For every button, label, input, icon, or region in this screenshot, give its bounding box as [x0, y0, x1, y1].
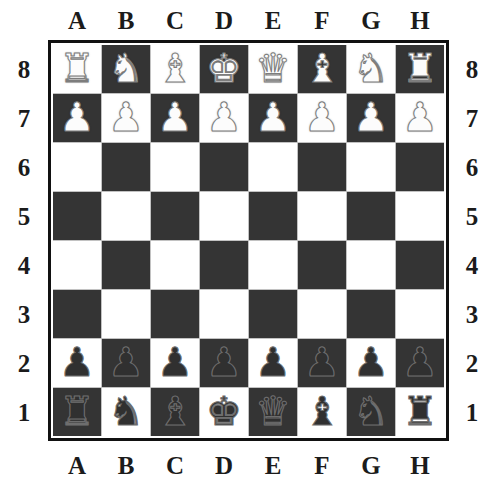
file-label-f-top: F: [298, 8, 346, 33]
piece-black-pawn: ♟: [402, 342, 438, 382]
rank-label-7-left: 7: [18, 94, 31, 142]
square-d7[interactable]: ♟: [200, 94, 248, 142]
square-h2[interactable]: ♟: [396, 339, 444, 387]
square-g2[interactable]: ♟: [347, 339, 395, 387]
rank-labels-right: 87654321: [449, 40, 495, 441]
rank-label-2-right: 2: [466, 339, 479, 387]
piece-black-king: ♚: [206, 391, 242, 431]
square-a6[interactable]: [53, 143, 101, 191]
piece-white-rook: ♜: [59, 48, 95, 88]
file-label-g-top: G: [347, 8, 395, 33]
square-g7[interactable]: ♟: [347, 94, 395, 142]
file-label-c-top: C: [151, 8, 199, 33]
piece-white-bishop: ♝: [157, 48, 193, 88]
file-label-b-top: B: [102, 8, 150, 33]
chess-diagram: ABCDEFGH 87654321 ♜♞♝♚♛♝♞♜♟♟♟♟♟♟♟♟♟♟♟♟♟♟…: [0, 0, 495, 489]
piece-black-rook: ♜: [402, 391, 438, 431]
piece-white-pawn: ♟: [402, 97, 438, 137]
file-labels-top: ABCDEFGH: [48, 0, 449, 40]
square-g3[interactable]: [347, 290, 395, 338]
square-d3[interactable]: [200, 290, 248, 338]
corner-top-right: [449, 0, 495, 40]
square-e1[interactable]: ♛: [249, 388, 297, 436]
square-g4[interactable]: [347, 241, 395, 289]
rank-label-3-right: 3: [466, 290, 479, 338]
square-b3[interactable]: [102, 290, 150, 338]
square-h3[interactable]: [396, 290, 444, 338]
square-h5[interactable]: [396, 192, 444, 240]
square-d5[interactable]: [200, 192, 248, 240]
square-f8[interactable]: ♝: [298, 45, 346, 93]
rank-label-5-left: 5: [18, 192, 31, 240]
square-c3[interactable]: [151, 290, 199, 338]
file-label-e-top: E: [249, 8, 297, 33]
piece-white-pawn: ♟: [304, 97, 340, 137]
square-a7[interactable]: ♟: [53, 94, 101, 142]
corner-bottom-right: [449, 441, 495, 489]
file-labels-bottom: ABCDEFGH: [48, 441, 449, 489]
piece-white-pawn: ♟: [255, 97, 291, 137]
square-b4[interactable]: [102, 241, 150, 289]
file-label-d-top: D: [200, 8, 248, 33]
file-label-g-bottom: G: [347, 453, 395, 478]
square-c2[interactable]: ♟: [151, 339, 199, 387]
piece-black-bishop: ♝: [157, 391, 193, 431]
rank-label-1-right: 1: [466, 388, 479, 436]
square-b2[interactable]: ♟: [102, 339, 150, 387]
piece-white-bishop: ♝: [304, 48, 340, 88]
square-a1[interactable]: ♜: [53, 388, 101, 436]
square-b1[interactable]: ♞: [102, 388, 150, 436]
piece-white-knight: ♞: [108, 48, 144, 88]
square-b5[interactable]: [102, 192, 150, 240]
square-g6[interactable]: [347, 143, 395, 191]
piece-black-pawn: ♟: [206, 342, 242, 382]
square-g5[interactable]: [347, 192, 395, 240]
file-label-f-bottom: F: [298, 453, 346, 478]
piece-white-pawn: ♟: [353, 97, 389, 137]
piece-black-pawn: ♟: [353, 342, 389, 382]
square-c4[interactable]: [151, 241, 199, 289]
file-label-d-bottom: D: [200, 453, 248, 478]
square-d6[interactable]: [200, 143, 248, 191]
rank-label-8-right: 8: [466, 45, 479, 93]
square-f4[interactable]: [298, 241, 346, 289]
piece-black-bishop: ♝: [304, 391, 340, 431]
piece-black-pawn: ♟: [157, 342, 193, 382]
rank-label-2-left: 2: [18, 339, 31, 387]
square-a3[interactable]: [53, 290, 101, 338]
square-d8[interactable]: ♚: [200, 45, 248, 93]
square-a2[interactable]: ♟: [53, 339, 101, 387]
rank-label-6-left: 6: [18, 143, 31, 191]
rank-label-6-right: 6: [466, 143, 479, 191]
file-label-a-bottom: A: [53, 453, 101, 478]
square-e2[interactable]: ♟: [249, 339, 297, 387]
square-f1[interactable]: ♝: [298, 388, 346, 436]
rank-labels-left: 87654321: [0, 40, 48, 441]
rank-label-4-right: 4: [466, 241, 479, 289]
piece-black-pawn: ♟: [108, 342, 144, 382]
square-h6[interactable]: [396, 143, 444, 191]
corner-bottom-left: [0, 441, 48, 489]
piece-white-queen: ♛: [255, 48, 291, 88]
square-d4[interactable]: [200, 241, 248, 289]
piece-white-rook: ♜: [402, 48, 438, 88]
board-layout: ABCDEFGH 87654321 ♜♞♝♚♛♝♞♜♟♟♟♟♟♟♟♟♟♟♟♟♟♟…: [0, 0, 495, 489]
piece-white-pawn: ♟: [59, 97, 95, 137]
file-label-h-top: H: [396, 8, 444, 33]
piece-white-knight: ♞: [353, 48, 389, 88]
piece-black-rook: ♜: [59, 391, 95, 431]
square-c5[interactable]: [151, 192, 199, 240]
square-c1[interactable]: ♝: [151, 388, 199, 436]
piece-black-pawn: ♟: [255, 342, 291, 382]
square-f2[interactable]: ♟: [298, 339, 346, 387]
square-e8[interactable]: ♛: [249, 45, 297, 93]
square-e4[interactable]: [249, 241, 297, 289]
piece-black-pawn: ♟: [59, 342, 95, 382]
piece-white-pawn: ♟: [108, 97, 144, 137]
chess-board: ♜♞♝♚♛♝♞♜♟♟♟♟♟♟♟♟♟♟♟♟♟♟♟♟♜♞♝♚♛♝♞♜: [48, 40, 449, 441]
corner-top-left: [0, 0, 48, 40]
rank-label-8-left: 8: [18, 45, 31, 93]
square-f6[interactable]: [298, 143, 346, 191]
piece-black-knight: ♞: [353, 391, 389, 431]
square-a5[interactable]: [53, 192, 101, 240]
square-g8[interactable]: ♞: [347, 45, 395, 93]
rank-label-4-left: 4: [18, 241, 31, 289]
square-f7[interactable]: ♟: [298, 94, 346, 142]
file-label-h-bottom: H: [396, 453, 444, 478]
square-b8[interactable]: ♞: [102, 45, 150, 93]
piece-black-queen: ♛: [255, 391, 291, 431]
square-h4[interactable]: [396, 241, 444, 289]
piece-black-knight: ♞: [108, 391, 144, 431]
piece-white-king: ♚: [206, 48, 242, 88]
piece-white-pawn: ♟: [157, 97, 193, 137]
rank-label-7-right: 7: [466, 94, 479, 142]
square-b7[interactable]: ♟: [102, 94, 150, 142]
square-h8[interactable]: ♜: [396, 45, 444, 93]
square-h1[interactable]: ♜: [396, 388, 444, 436]
file-label-a-top: A: [53, 8, 101, 33]
square-h7[interactable]: ♟: [396, 94, 444, 142]
square-g1[interactable]: ♞: [347, 388, 395, 436]
board-grid: ♜♞♝♚♛♝♞♜♟♟♟♟♟♟♟♟♟♟♟♟♟♟♟♟♜♞♝♚♛♝♞♜: [53, 45, 444, 436]
square-e7[interactable]: ♟: [249, 94, 297, 142]
square-c8[interactable]: ♝: [151, 45, 199, 93]
rank-label-5-right: 5: [466, 192, 479, 240]
square-c6[interactable]: [151, 143, 199, 191]
square-a8[interactable]: ♜: [53, 45, 101, 93]
piece-black-pawn: ♟: [304, 342, 340, 382]
square-c7[interactable]: ♟: [151, 94, 199, 142]
rank-label-3-left: 3: [18, 290, 31, 338]
file-label-c-bottom: C: [151, 453, 199, 478]
square-f5[interactable]: [298, 192, 346, 240]
square-e5[interactable]: [249, 192, 297, 240]
square-f3[interactable]: [298, 290, 346, 338]
rank-label-1-left: 1: [18, 388, 31, 436]
square-e3[interactable]: [249, 290, 297, 338]
square-d2[interactable]: ♟: [200, 339, 248, 387]
piece-white-pawn: ♟: [206, 97, 242, 137]
square-b6[interactable]: [102, 143, 150, 191]
square-a4[interactable]: [53, 241, 101, 289]
square-e6[interactable]: [249, 143, 297, 191]
file-label-b-bottom: B: [102, 453, 150, 478]
square-d1[interactable]: ♚: [200, 388, 248, 436]
file-label-e-bottom: E: [249, 453, 297, 478]
